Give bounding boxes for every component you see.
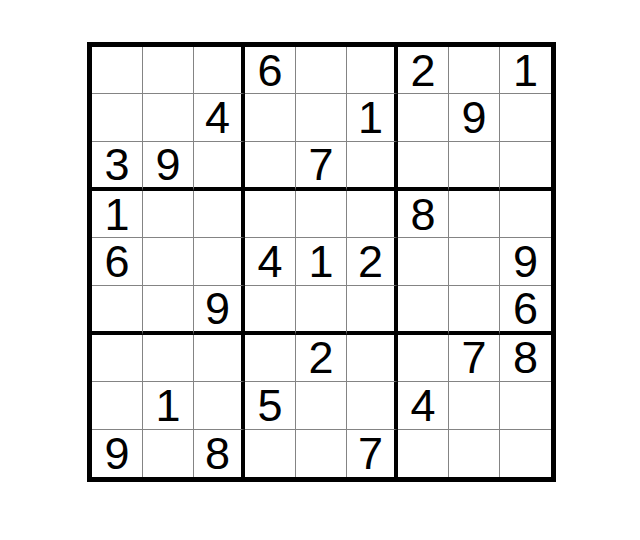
cell-r9c7[interactable] [398,430,449,477]
cell-r5c9[interactable]: 9 [500,238,551,285]
cell-r7c6[interactable] [347,335,398,382]
cell-r4c9[interactable] [500,191,551,238]
cell-r6c3[interactable]: 9 [194,286,245,335]
cell-r1c6[interactable] [347,47,398,94]
cell-r5c5[interactable]: 1 [296,238,347,285]
cell-r3c4[interactable] [245,142,296,191]
cell-r7c5[interactable]: 2 [296,335,347,382]
cell-r5c2[interactable] [143,238,194,285]
cell-r6c8[interactable] [449,286,500,335]
sudoku-board: 621419397186412996278154987 [87,42,556,482]
cell-r2c8[interactable]: 9 [449,94,500,141]
cell-r2c9[interactable] [500,94,551,141]
cell-r2c7[interactable] [398,94,449,141]
cell-r3c8[interactable] [449,142,500,191]
cell-r1c7[interactable]: 2 [398,47,449,94]
cell-r8c7[interactable]: 4 [398,382,449,429]
cell-r2c4[interactable] [245,94,296,141]
cell-r9c8[interactable] [449,430,500,477]
cell-r1c5[interactable] [296,47,347,94]
cell-r9c2[interactable] [143,430,194,477]
cell-r4c3[interactable] [194,191,245,238]
cell-r1c4[interactable]: 6 [245,47,296,94]
cell-r1c8[interactable] [449,47,500,94]
cell-r3c9[interactable] [500,142,551,191]
cell-r5c6[interactable]: 2 [347,238,398,285]
cell-r7c1[interactable] [92,335,143,382]
cell-r7c3[interactable] [194,335,245,382]
cell-r9c1[interactable]: 9 [92,430,143,477]
cell-r9c5[interactable] [296,430,347,477]
cell-r8c9[interactable] [500,382,551,429]
cell-r9c9[interactable] [500,430,551,477]
cell-r7c9[interactable]: 8 [500,335,551,382]
cell-r1c9[interactable]: 1 [500,47,551,94]
cell-r5c1[interactable]: 6 [92,238,143,285]
cell-r3c5[interactable]: 7 [296,142,347,191]
cell-r5c7[interactable] [398,238,449,285]
cell-r5c4[interactable]: 4 [245,238,296,285]
cell-r8c3[interactable] [194,382,245,429]
cell-r8c2[interactable]: 1 [143,382,194,429]
cell-r6c7[interactable] [398,286,449,335]
cell-r1c2[interactable] [143,47,194,94]
cell-r9c3[interactable]: 8 [194,430,245,477]
cell-r3c3[interactable] [194,142,245,191]
cell-r8c4[interactable]: 5 [245,382,296,429]
cell-r2c1[interactable] [92,94,143,141]
cell-r3c2[interactable]: 9 [143,142,194,191]
cell-r6c6[interactable] [347,286,398,335]
cell-r7c4[interactable] [245,335,296,382]
cell-r7c7[interactable] [398,335,449,382]
cell-r4c5[interactable] [296,191,347,238]
cell-r8c1[interactable] [92,382,143,429]
cell-r3c6[interactable] [347,142,398,191]
cell-r6c9[interactable]: 6 [500,286,551,335]
cell-r2c3[interactable]: 4 [194,94,245,141]
cell-r9c4[interactable] [245,430,296,477]
cell-r8c5[interactable] [296,382,347,429]
cell-r4c6[interactable] [347,191,398,238]
cell-r6c5[interactable] [296,286,347,335]
cell-r3c7[interactable] [398,142,449,191]
cell-r5c3[interactable] [194,238,245,285]
cell-r5c8[interactable] [449,238,500,285]
cell-r8c6[interactable] [347,382,398,429]
cell-r9c6[interactable]: 7 [347,430,398,477]
cell-r4c2[interactable] [143,191,194,238]
cell-r6c2[interactable] [143,286,194,335]
cell-r2c6[interactable]: 1 [347,94,398,141]
cell-r7c2[interactable] [143,335,194,382]
cell-r1c1[interactable] [92,47,143,94]
cell-r4c7[interactable]: 8 [398,191,449,238]
cell-r6c4[interactable] [245,286,296,335]
cell-r7c8[interactable]: 7 [449,335,500,382]
cell-r2c2[interactable] [143,94,194,141]
cell-r4c4[interactable] [245,191,296,238]
cell-r4c1[interactable]: 1 [92,191,143,238]
cell-r1c3[interactable] [194,47,245,94]
cell-r4c8[interactable] [449,191,500,238]
cell-r3c1[interactable]: 3 [92,142,143,191]
cell-r2c5[interactable] [296,94,347,141]
cell-r8c8[interactable] [449,382,500,429]
cell-r6c1[interactable] [92,286,143,335]
